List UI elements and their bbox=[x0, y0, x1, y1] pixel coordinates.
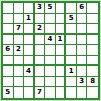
cell-r7c2[interactable] bbox=[14, 66, 25, 77]
cell-r8c9[interactable]: 8 bbox=[87, 77, 98, 88]
cell-r3c4[interactable]: 2 bbox=[35, 24, 46, 35]
cell-r9c2[interactable] bbox=[14, 87, 25, 98]
cell-r3c3[interactable] bbox=[24, 24, 35, 35]
cell-r7c1[interactable] bbox=[3, 66, 14, 77]
cell-r5c5[interactable] bbox=[45, 45, 56, 56]
cell-r9c3[interactable] bbox=[24, 87, 35, 98]
cell-r7c3[interactable]: 4 bbox=[24, 66, 35, 77]
cell-r2c3[interactable]: 1 bbox=[24, 14, 35, 25]
cell-r5c7[interactable] bbox=[66, 45, 77, 56]
cell-r7c8[interactable] bbox=[77, 66, 88, 77]
cell-r5c9[interactable] bbox=[87, 45, 98, 56]
cell-r8c8[interactable]: 3 bbox=[77, 77, 88, 88]
cell-r2c8[interactable] bbox=[77, 14, 88, 25]
cell-r3c5[interactable] bbox=[45, 24, 56, 35]
cell-r1c7[interactable] bbox=[66, 3, 77, 14]
cell-r4c7[interactable] bbox=[66, 35, 77, 46]
cell-r6c5[interactable] bbox=[45, 56, 56, 67]
cell-r8c6[interactable] bbox=[56, 77, 67, 88]
cell-r9c4[interactable]: 7 bbox=[35, 87, 46, 98]
cell-r4c1[interactable] bbox=[3, 35, 14, 46]
cell-r2c9[interactable] bbox=[87, 14, 98, 25]
cell-r5c4[interactable] bbox=[35, 45, 46, 56]
cell-r8c2[interactable] bbox=[14, 77, 25, 88]
cell-r8c5[interactable] bbox=[45, 77, 56, 88]
cell-r5c6[interactable] bbox=[56, 45, 67, 56]
cell-r8c1[interactable] bbox=[3, 77, 14, 88]
cell-r2c2[interactable] bbox=[14, 14, 25, 25]
cell-r5c1[interactable]: 6 bbox=[3, 45, 14, 56]
cell-r8c3[interactable] bbox=[24, 77, 35, 88]
cell-r6c4[interactable] bbox=[35, 56, 46, 67]
cell-r7c5[interactable] bbox=[45, 66, 56, 77]
sudoku-board: 35615724162413857 bbox=[1, 1, 100, 100]
cell-r5c2[interactable]: 2 bbox=[14, 45, 25, 56]
cell-r3c1[interactable] bbox=[3, 24, 14, 35]
cell-r9c6[interactable] bbox=[56, 87, 67, 98]
cell-r1c9[interactable] bbox=[87, 3, 98, 14]
cell-r4c6[interactable]: 1 bbox=[56, 35, 67, 46]
cell-r6c2[interactable] bbox=[14, 56, 25, 67]
cell-r5c8[interactable] bbox=[77, 45, 88, 56]
cell-r2c5[interactable] bbox=[45, 14, 56, 25]
cell-r7c7[interactable]: 1 bbox=[66, 66, 77, 77]
cell-r1c3[interactable] bbox=[24, 3, 35, 14]
cell-r8c7[interactable] bbox=[66, 77, 77, 88]
cell-r3c6[interactable] bbox=[56, 24, 67, 35]
cell-r5c3[interactable] bbox=[24, 45, 35, 56]
cell-r9c1[interactable]: 5 bbox=[3, 87, 14, 98]
cell-r6c6[interactable] bbox=[56, 56, 67, 67]
cell-r6c1[interactable] bbox=[3, 56, 14, 67]
cell-r4c4[interactable] bbox=[35, 35, 46, 46]
cell-r1c2[interactable] bbox=[14, 3, 25, 14]
cell-r4c2[interactable] bbox=[14, 35, 25, 46]
cell-r3c7[interactable] bbox=[66, 24, 77, 35]
cell-r1c6[interactable] bbox=[56, 3, 67, 14]
cell-r7c6[interactable] bbox=[56, 66, 67, 77]
cell-r4c9[interactable] bbox=[87, 35, 98, 46]
cell-r3c2[interactable]: 7 bbox=[14, 24, 25, 35]
cell-r3c9[interactable] bbox=[87, 24, 98, 35]
cell-r3c8[interactable] bbox=[77, 24, 88, 35]
cell-r1c8[interactable]: 6 bbox=[77, 3, 88, 14]
cell-r2c7[interactable]: 5 bbox=[66, 14, 77, 25]
cell-r1c4[interactable]: 3 bbox=[35, 3, 46, 14]
cell-r2c1[interactable] bbox=[3, 14, 14, 25]
cell-r9c9[interactable] bbox=[87, 87, 98, 98]
cell-r2c4[interactable] bbox=[35, 14, 46, 25]
sudoku-app: 35615724162413857 bbox=[0, 0, 101, 101]
cell-r6c9[interactable] bbox=[87, 56, 98, 67]
cell-r9c7[interactable] bbox=[66, 87, 77, 98]
cell-r8c4[interactable] bbox=[35, 77, 46, 88]
cell-r4c8[interactable] bbox=[77, 35, 88, 46]
cell-r1c1[interactable] bbox=[3, 3, 14, 14]
cell-r2c6[interactable] bbox=[56, 14, 67, 25]
cell-r9c5[interactable] bbox=[45, 87, 56, 98]
cell-r7c9[interactable] bbox=[87, 66, 98, 77]
cell-r1c5[interactable]: 5 bbox=[45, 3, 56, 14]
cell-r4c5[interactable]: 4 bbox=[45, 35, 56, 46]
cell-r7c4[interactable] bbox=[35, 66, 46, 77]
cell-r6c3[interactable] bbox=[24, 56, 35, 67]
cell-r6c8[interactable] bbox=[77, 56, 88, 67]
cell-r4c3[interactable] bbox=[24, 35, 35, 46]
cell-r9c8[interactable] bbox=[77, 87, 88, 98]
cell-r6c7[interactable] bbox=[66, 56, 77, 67]
